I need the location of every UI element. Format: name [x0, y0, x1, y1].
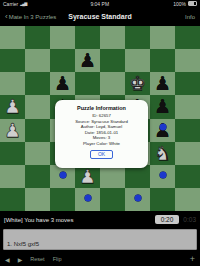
bottom-toolbar: ◀ ▶ Reset Flip + — [0, 252, 200, 266]
signal-icon: ▂▄▆ — [20, 1, 26, 6]
ok-button[interactable]: OK — [90, 150, 113, 159]
square-a6[interactable] — [0, 72, 25, 95]
dialog-title: Puzzle Information — [77, 105, 126, 111]
add-icon[interactable]: + — [190, 255, 195, 264]
move-list-panel[interactable]: 1. Nxf5 gxf5 — [3, 229, 197, 250]
puzzle-info-dialog: Puzzle Information ID: 62657Source: Syra… — [55, 100, 148, 168]
square-c6[interactable]: ♟ — [50, 72, 75, 95]
square-a7[interactable] — [0, 49, 25, 72]
square-b7[interactable] — [25, 49, 50, 72]
step-back-icon[interactable]: ◀ — [5, 256, 10, 263]
square-b6[interactable] — [25, 72, 50, 95]
square-g8[interactable] — [150, 26, 175, 49]
status-message: [White] You have 3 moves — [4, 217, 73, 223]
square-h5[interactable] — [175, 95, 200, 118]
square-f7[interactable] — [125, 49, 150, 72]
square-g5[interactable]: ♟ — [150, 95, 175, 118]
timer-badge: 0:20 — [155, 215, 180, 224]
square-b4[interactable] — [25, 119, 50, 142]
square-g3[interactable]: ♞ — [150, 142, 175, 165]
reset-button[interactable]: Reset — [30, 256, 44, 262]
square-b1[interactable] — [25, 188, 50, 211]
square-g2[interactable] — [150, 165, 175, 188]
black-pawn-piece: ♟ — [79, 51, 96, 70]
square-h3[interactable] — [175, 142, 200, 165]
white-king-piece: ♚ — [129, 74, 146, 93]
move-dot — [159, 124, 166, 131]
square-e1[interactable] — [100, 188, 125, 211]
flip-button[interactable]: Flip — [53, 256, 62, 262]
square-e8[interactable] — [100, 26, 125, 49]
square-h7[interactable] — [175, 49, 200, 72]
square-b2[interactable] — [25, 165, 50, 188]
black-pawn-piece: ♟ — [54, 74, 71, 93]
game-status-row: [White] You have 3 moves 0:20 0:03 — [0, 211, 200, 228]
square-e7[interactable] — [100, 49, 125, 72]
move-dot — [84, 195, 91, 202]
square-c7[interactable] — [50, 49, 75, 72]
info-button[interactable]: Info — [185, 14, 195, 20]
square-c1[interactable] — [50, 188, 75, 211]
square-c8[interactable] — [50, 26, 75, 49]
square-a4[interactable]: ♟ — [0, 119, 25, 142]
black-pawn-piece: ♟ — [154, 74, 171, 93]
square-c2[interactable] — [50, 165, 75, 188]
battery-percent: 100% — [173, 1, 186, 7]
dialog-lines: ID: 62657Source: Syracuse StandardAuthor… — [75, 113, 128, 147]
white-pawn-piece: ♟ — [4, 97, 21, 116]
square-e6[interactable] — [100, 72, 125, 95]
back-chevron-icon: ‹ — [5, 14, 8, 20]
square-b5[interactable] — [25, 95, 50, 118]
square-a2[interactable] — [0, 165, 25, 188]
info-label: Info — [185, 14, 195, 20]
timer-secondary: 0:03 — [183, 216, 196, 223]
clock-label: 9:04 PM — [90, 1, 109, 7]
move-dot — [134, 195, 141, 202]
square-h4[interactable] — [175, 119, 200, 142]
battery-icon — [188, 1, 197, 7]
square-d7[interactable]: ♟ — [75, 49, 100, 72]
nav-bar: ‹ Mate In 3 Puzzles Syracuse Standard In… — [0, 7, 200, 26]
square-d6[interactable] — [75, 72, 100, 95]
square-h2[interactable] — [175, 165, 200, 188]
square-a5[interactable]: ♟ — [0, 95, 25, 118]
white-knight-piece: ♞ — [154, 144, 171, 163]
back-button[interactable]: ‹ Mate In 3 Puzzles — [5, 14, 56, 20]
app-screen: Carrier ▂▄▆ 9:04 PM 100% ‹ Mate In 3 Puz… — [0, 0, 200, 266]
black-pawn-piece: ♟ — [154, 97, 171, 116]
square-h8[interactable] — [175, 26, 200, 49]
carrier-label: Carrier — [3, 1, 18, 7]
square-d2[interactable]: ♟ — [75, 165, 100, 188]
white-pawn-piece: ♟ — [79, 167, 96, 186]
square-b8[interactable] — [25, 26, 50, 49]
square-b3[interactable] — [25, 142, 50, 165]
square-f2[interactable] — [125, 165, 150, 188]
move-dot — [159, 172, 166, 179]
white-pawn-piece: ♟ — [4, 121, 21, 140]
status-bar: Carrier ▂▄▆ 9:04 PM 100% — [0, 0, 200, 7]
square-g1[interactable] — [150, 188, 175, 211]
square-g6[interactable]: ♟ — [150, 72, 175, 95]
dialog-line: Player Color: White — [75, 141, 128, 147]
square-a8[interactable] — [0, 26, 25, 49]
square-f6[interactable]: ♚ — [125, 72, 150, 95]
move-list-text: 1. Nxf5 gxf5 — [7, 241, 39, 247]
move-dot — [59, 172, 66, 179]
square-f8[interactable] — [125, 26, 150, 49]
square-a1[interactable] — [0, 188, 25, 211]
square-g4[interactable]: ♟ — [150, 119, 175, 142]
square-f1[interactable] — [125, 188, 150, 211]
square-g7[interactable] — [150, 49, 175, 72]
back-label: Mate In 3 Puzzles — [9, 14, 57, 20]
square-d1[interactable] — [75, 188, 100, 211]
step-forward-icon[interactable]: ▶ — [18, 256, 23, 263]
square-a3[interactable] — [0, 142, 25, 165]
square-d8[interactable] — [75, 26, 100, 49]
dialog-line: Author: Loyd, Samuel — [75, 124, 128, 130]
square-h6[interactable] — [175, 72, 200, 95]
square-e2[interactable] — [100, 165, 125, 188]
square-h1[interactable] — [175, 188, 200, 211]
